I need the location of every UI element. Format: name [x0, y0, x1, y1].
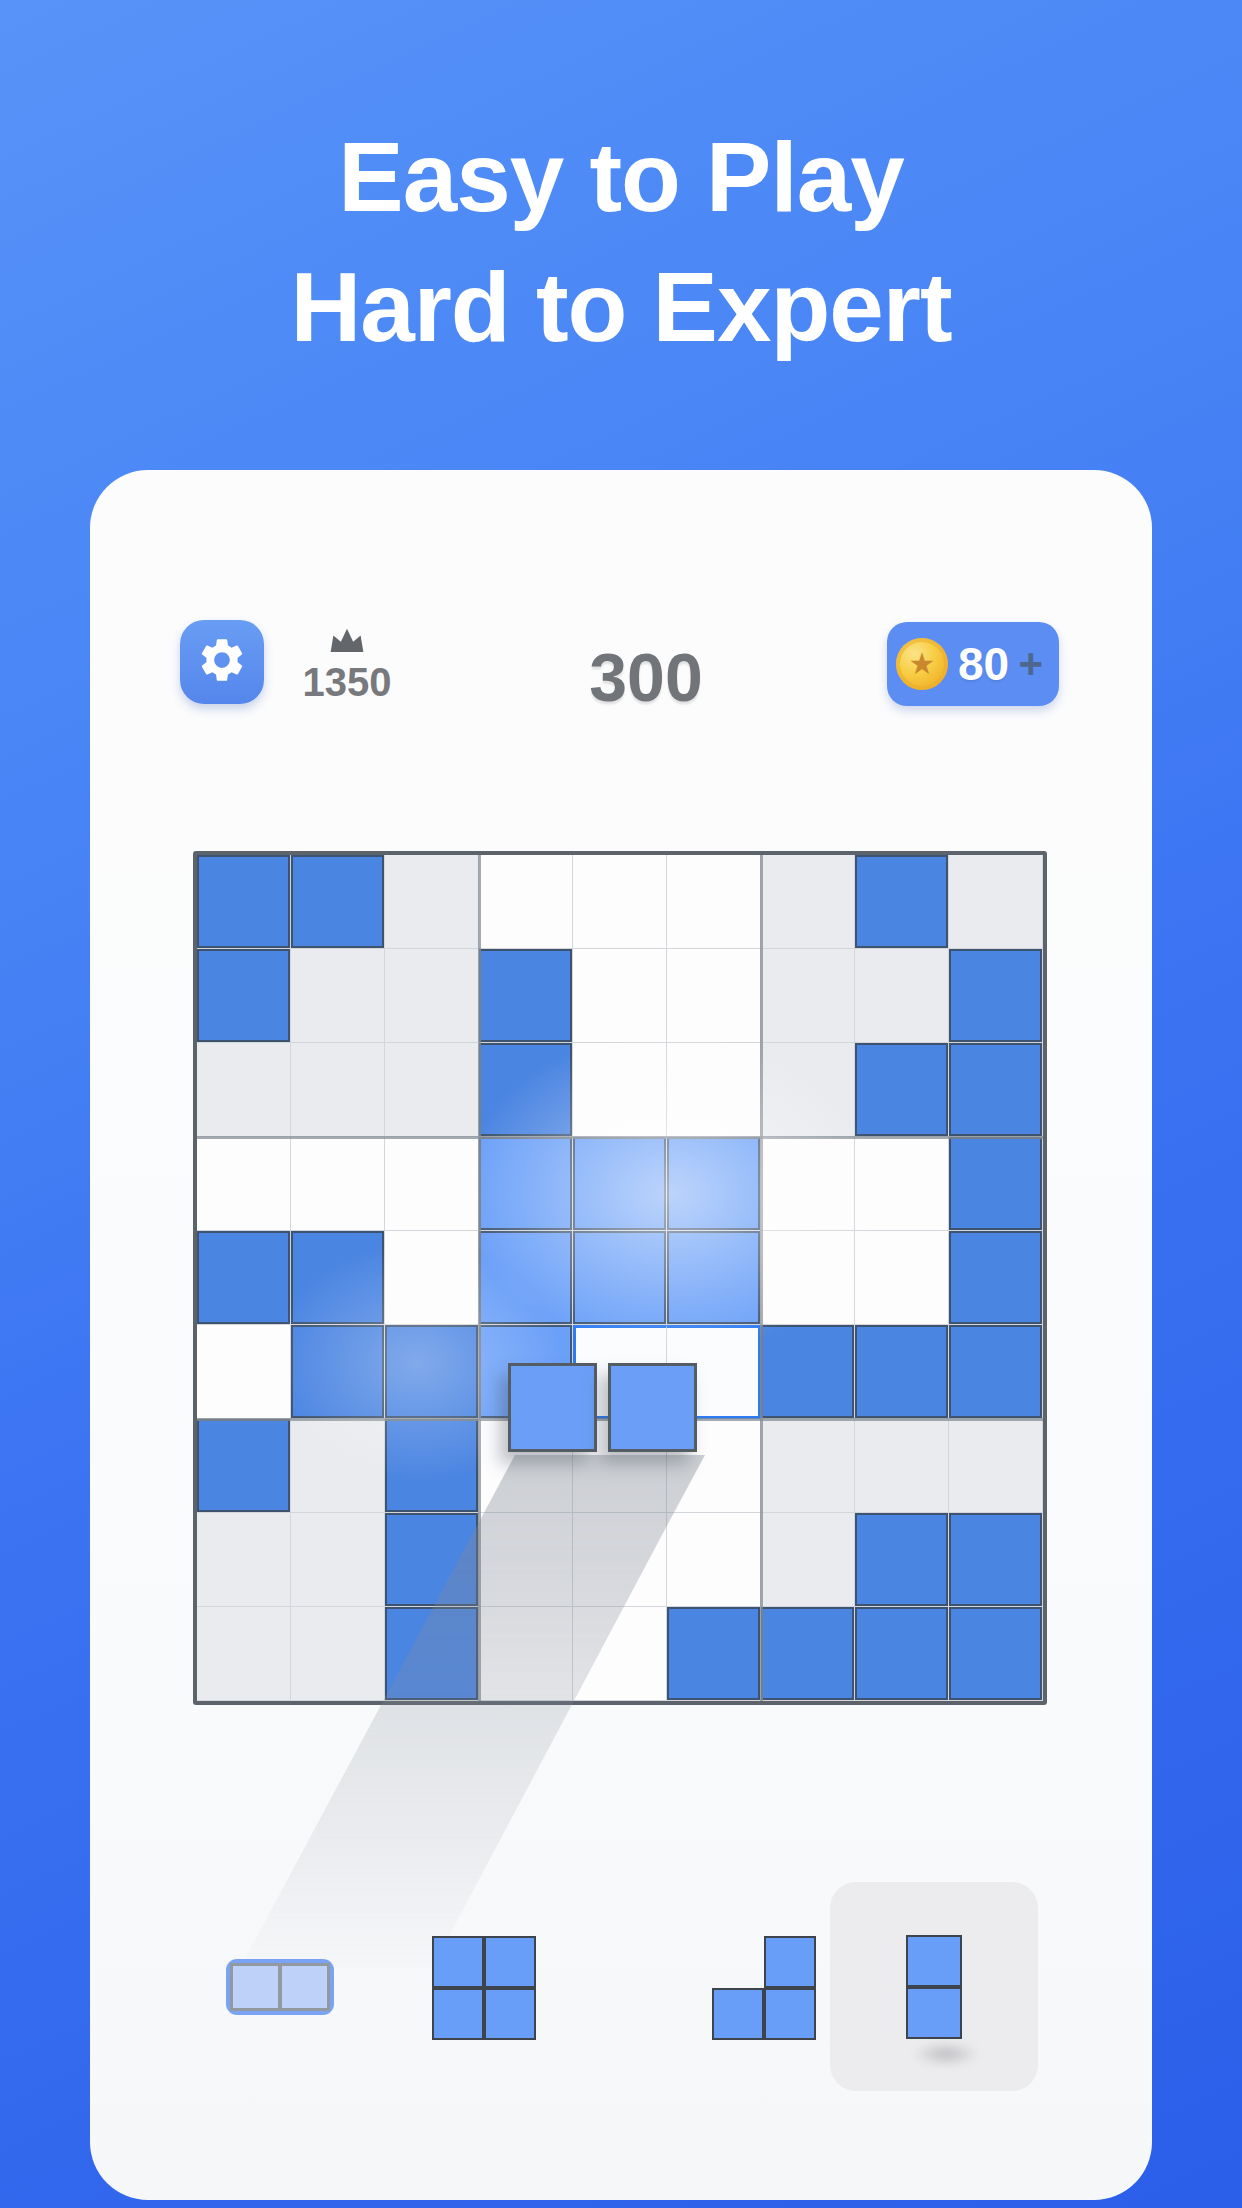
- board-cell-r1c2[interactable]: [291, 855, 385, 949]
- ghost-cell: [230, 1963, 280, 2011]
- board-cell-r9c2[interactable]: [291, 1607, 385, 1701]
- board-cell-r5c3[interactable]: [385, 1231, 479, 1325]
- board-cell-r1c5[interactable]: [573, 855, 667, 949]
- board-cell-r5c4[interactable]: [479, 1231, 573, 1325]
- coins-button[interactable]: ★ 80 +: [887, 622, 1059, 706]
- board-cell-r5c8[interactable]: [855, 1231, 949, 1325]
- tray-piece-cell: [484, 1936, 536, 1988]
- board-cell-r8c7[interactable]: [761, 1513, 855, 1607]
- page-title: Easy to Play Hard to Expert: [0, 112, 1242, 372]
- board-cell-r2c1[interactable]: [197, 949, 291, 1043]
- board-cell-r7c2[interactable]: [291, 1419, 385, 1513]
- tray-piece-corner-tromino[interactable]: [712, 1936, 816, 2040]
- board-cell-r2c8[interactable]: [855, 949, 949, 1043]
- board-cell-r9c5[interactable]: [573, 1607, 667, 1701]
- board-cell-r5c5[interactable]: [573, 1231, 667, 1325]
- board-cell-r4c1[interactable]: [197, 1137, 291, 1231]
- tray-piece-cell: [906, 1935, 962, 1987]
- title-line-1: Easy to Play: [0, 112, 1242, 242]
- tray-piece-square-2x2[interactable]: [432, 1936, 536, 2040]
- game-board: [193, 851, 1047, 1705]
- board-cell-r6c1[interactable]: [197, 1325, 291, 1419]
- board-cell-r6c9[interactable]: [949, 1325, 1043, 1419]
- board-cell-r3c6[interactable]: [667, 1043, 761, 1137]
- board-cell-r1c4[interactable]: [479, 855, 573, 949]
- board-cell-r2c9[interactable]: [949, 949, 1043, 1043]
- board-cell-r3c8[interactable]: [855, 1043, 949, 1137]
- coin-star-icon: ★: [896, 638, 948, 690]
- board-cell-r7c8[interactable]: [855, 1419, 949, 1513]
- board-cell-r3c9[interactable]: [949, 1043, 1043, 1137]
- board-cell-r3c5[interactable]: [573, 1043, 667, 1137]
- tray-piece-shadow: [912, 2042, 980, 2066]
- board-cell-r3c7[interactable]: [761, 1043, 855, 1137]
- board-cell-r1c6[interactable]: [667, 855, 761, 949]
- best-score-value: 1350: [267, 660, 427, 705]
- board-cell-r2c5[interactable]: [573, 949, 667, 1043]
- board-cell-r4c7[interactable]: [761, 1137, 855, 1231]
- board-grid: [197, 855, 1043, 1701]
- board-cell-r1c1[interactable]: [197, 855, 291, 949]
- board-cell-r2c7[interactable]: [761, 949, 855, 1043]
- settings-button[interactable]: [180, 620, 264, 704]
- tray-piece-vertical-domino[interactable]: [906, 1935, 962, 2039]
- board-cell-r7c9[interactable]: [949, 1419, 1043, 1513]
- board-cell-r8c2[interactable]: [291, 1513, 385, 1607]
- board-cell-r1c8[interactable]: [855, 855, 949, 949]
- tray-piece-cell: [764, 1936, 816, 1988]
- app-screen: Easy to Play Hard to Expert 1350 300 ★ 8…: [0, 0, 1242, 2208]
- title-line-2: Hard to Expert: [0, 242, 1242, 372]
- board-cell-r8c9[interactable]: [949, 1513, 1043, 1607]
- board-cell-r6c2[interactable]: [291, 1325, 385, 1419]
- board-cell-r3c3[interactable]: [385, 1043, 479, 1137]
- tray-piece-cell: [432, 1936, 484, 1988]
- board-cell-r8c5[interactable]: [573, 1513, 667, 1607]
- game-card: 1350 300 ★ 80 +: [90, 470, 1152, 2200]
- board-cell-r2c6[interactable]: [667, 949, 761, 1043]
- dragged-piece-cell: [608, 1363, 697, 1452]
- board-cell-r9c9[interactable]: [949, 1607, 1043, 1701]
- board-cell-r9c7[interactable]: [761, 1607, 855, 1701]
- board-cell-r5c7[interactable]: [761, 1231, 855, 1325]
- add-coins-plus-icon[interactable]: +: [1018, 640, 1043, 688]
- board-cell-r7c3[interactable]: [385, 1419, 479, 1513]
- tray-piece-cell: [906, 1987, 962, 2039]
- board-cell-r4c2[interactable]: [291, 1137, 385, 1231]
- board-cell-r4c4[interactable]: [479, 1137, 573, 1231]
- coin-count: 80: [958, 637, 1009, 691]
- board-cell-r5c9[interactable]: [949, 1231, 1043, 1325]
- board-cell-r2c3[interactable]: [385, 949, 479, 1043]
- gear-icon: [196, 634, 248, 690]
- board-cell-r3c4[interactable]: [479, 1043, 573, 1137]
- board-cell-r8c3[interactable]: [385, 1513, 479, 1607]
- board-cell-r8c4[interactable]: [479, 1513, 573, 1607]
- board-cell-r3c1[interactable]: [197, 1043, 291, 1137]
- board-cell-r9c3[interactable]: [385, 1607, 479, 1701]
- board-cell-r9c1[interactable]: [197, 1607, 291, 1701]
- tray-piece-cell: [712, 1936, 764, 1988]
- board-cell-r9c8[interactable]: [855, 1607, 949, 1701]
- board-cell-r6c8[interactable]: [855, 1325, 949, 1419]
- board-cell-r5c2[interactable]: [291, 1231, 385, 1325]
- board-cell-r4c5[interactable]: [573, 1137, 667, 1231]
- best-score-display: 1350: [267, 626, 427, 705]
- board-cell-r2c2[interactable]: [291, 949, 385, 1043]
- board-cell-r4c8[interactable]: [855, 1137, 949, 1231]
- board-cell-r8c6[interactable]: [667, 1513, 761, 1607]
- dragged-piece-cell: [508, 1363, 597, 1452]
- tray-piece-cell: [712, 1988, 764, 2040]
- board-cell-r4c6[interactable]: [667, 1137, 761, 1231]
- board-cell-r2c4[interactable]: [479, 949, 573, 1043]
- board-cell-r8c8[interactable]: [855, 1513, 949, 1607]
- dragged-piece-domino[interactable]: [508, 1363, 697, 1452]
- board-cell-r5c1[interactable]: [197, 1231, 291, 1325]
- board-cell-r7c1[interactable]: [197, 1419, 291, 1513]
- board-cell-r5c6[interactable]: [667, 1231, 761, 1325]
- board-cell-r6c3[interactable]: [385, 1325, 479, 1419]
- ghost-cell: [280, 1963, 330, 2011]
- tray-piece-ghost-domino[interactable]: [226, 1959, 334, 2015]
- board-cell-r8c1[interactable]: [197, 1513, 291, 1607]
- crown-icon: [267, 626, 427, 656]
- board-cell-r4c3[interactable]: [385, 1137, 479, 1231]
- board-cell-r9c6[interactable]: [667, 1607, 761, 1701]
- tray-piece-cell: [764, 1988, 816, 2040]
- current-score: 300: [546, 638, 746, 716]
- board-cell-r3c2[interactable]: [291, 1043, 385, 1137]
- board-cell-r1c7[interactable]: [761, 855, 855, 949]
- board-cell-r4c9[interactable]: [949, 1137, 1043, 1231]
- board-cell-r1c9[interactable]: [949, 855, 1043, 949]
- board-cell-r9c4[interactable]: [479, 1607, 573, 1701]
- tray-piece-cell: [484, 1988, 536, 2040]
- board-cell-r6c7[interactable]: [761, 1325, 855, 1419]
- board-cell-r7c7[interactable]: [761, 1419, 855, 1513]
- tray-piece-cell: [432, 1988, 484, 2040]
- board-cell-r1c3[interactable]: [385, 855, 479, 949]
